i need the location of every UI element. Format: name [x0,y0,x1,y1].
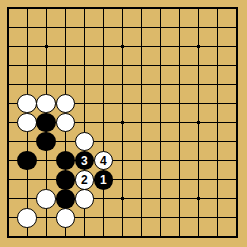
stone-white [56,94,76,114]
stone-white [17,94,37,114]
grid-line-vertical [141,8,142,237]
grid-line-horizontal [8,160,237,161]
stone-black [17,151,37,171]
stone-black [56,189,76,209]
stone-white [36,189,56,209]
grid-line-vertical [179,8,180,237]
grid-line-vertical [160,8,161,237]
star-point [197,197,200,200]
star-point [121,121,124,124]
stone-white [36,94,56,114]
stone-white [17,113,37,133]
star-point [121,197,124,200]
move-1-stone-black: 1 [94,170,114,190]
star-point [197,45,200,48]
star-point [121,45,124,48]
stone-black [36,113,56,133]
move-2-stone-white: 2 [75,170,95,190]
stone-white [75,189,95,209]
grid-line-vertical [217,8,218,237]
star-point [45,45,48,48]
stone-white [56,113,76,133]
stone-black [56,170,76,190]
stone-white [17,208,37,228]
grid-line-horizontal [8,179,237,180]
star-point [197,121,200,124]
grid-line-horizontal [8,217,237,218]
stone-black [36,132,56,152]
go-board-diagram: 3421 [0,0,247,247]
stone-white [56,208,76,228]
